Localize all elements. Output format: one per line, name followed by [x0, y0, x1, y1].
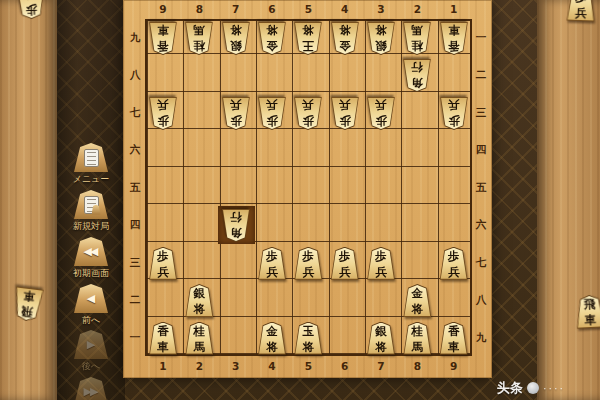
shogi-piece-6九[interactable]: 金将	[257, 322, 287, 355]
watermark: 头条 ····	[497, 380, 565, 396]
shogi-piece-8八[interactable]: 銀将	[184, 284, 214, 317]
file-label-top: 6	[254, 2, 290, 16]
shogi-piece-8一[interactable]: 桂馬	[184, 22, 214, 55]
file-label-bottom: 8	[399, 359, 435, 373]
file-label-bottom: 6	[327, 359, 363, 373]
shogi-piece-6三[interactable]: 歩兵	[257, 97, 287, 130]
shogi-piece-7一[interactable]: 銀将	[221, 22, 251, 55]
prev-arrow-icon: ◀	[74, 284, 108, 313]
rank-label-right: 九	[472, 319, 490, 356]
watermark-suffix: ····	[543, 382, 565, 395]
sidebar-button-next: ▶ 後へ	[57, 330, 125, 373]
shogi-piece-9一[interactable]: 香車	[148, 22, 178, 55]
rank-label-right: 七	[472, 244, 490, 281]
new-game-icon	[74, 190, 108, 219]
rank-label-right: 二	[472, 56, 490, 93]
file-label-top: 1	[436, 2, 472, 16]
shogi-piece-5一[interactable]: 王将	[293, 22, 323, 55]
rank-label-left: 三	[126, 244, 144, 281]
rank-label-left: 一	[126, 319, 144, 356]
file-label-bottom: 7	[363, 359, 399, 373]
file-label-top: 7	[218, 2, 254, 16]
right-piece-rail	[537, 0, 600, 400]
shogi-piece-2一[interactable]: 桂馬	[402, 22, 432, 55]
shogi-piece-4一[interactable]: 金将	[330, 22, 360, 55]
sidebar-button-label: 前へ	[57, 314, 125, 327]
sidebar-button-label: メニュー	[57, 173, 125, 186]
shogi-piece-1一[interactable]: 香車	[439, 22, 469, 55]
shogi-piece-1七[interactable]: 歩兵	[439, 247, 469, 280]
sidebar-button-new-game[interactable]: 新規対局	[57, 190, 125, 233]
sidebar-button-menu[interactable]: メニュー	[57, 143, 125, 186]
menu-document-icon	[74, 143, 108, 172]
watermark-logo-icon	[527, 382, 539, 394]
shogi-piece-6七[interactable]: 歩兵	[257, 247, 287, 280]
shogi-piece-7六[interactable]: 角行	[221, 209, 251, 242]
shogi-piece-7三[interactable]: 歩兵	[221, 97, 251, 130]
hand-piece-sente-2[interactable]: 歩兵	[565, 0, 596, 22]
sidebar-button-label: 新規対局	[57, 220, 125, 233]
shogi-piece-3三[interactable]: 歩兵	[366, 97, 396, 130]
rank-label-right: 六	[472, 206, 490, 243]
sidebar-button-prev[interactable]: ◀ 前へ	[57, 284, 125, 327]
shogi-piece-9九[interactable]: 香車	[148, 322, 178, 355]
fast-forward-icon: ▶▶	[74, 377, 108, 400]
sidebar-button-fast-forward: ▶▶	[57, 377, 125, 400]
rank-label-right: 三	[472, 94, 490, 131]
shogi-piece-9三[interactable]: 歩兵	[148, 97, 178, 130]
shogi-piece-3一[interactable]: 銀将	[366, 22, 396, 55]
file-label-top: 5	[290, 2, 326, 16]
watermark-brand: 头条	[497, 379, 523, 397]
rank-label-left: 五	[126, 169, 144, 206]
left-piece-rail	[0, 0, 57, 400]
file-label-bottom: 5	[290, 359, 326, 373]
hand-piece-sente-3[interactable]: 飛車	[574, 294, 600, 329]
rank-label-left: 六	[126, 131, 144, 168]
sidebar-button-initial-screen[interactable]: ◀◀ 初期画面	[57, 237, 125, 280]
rank-label-left: 八	[126, 56, 144, 93]
shogi-piece-2二[interactable]: 角行	[402, 59, 432, 92]
rank-label-right: 五	[472, 169, 490, 206]
shogi-piece-1三[interactable]: 歩兵	[439, 97, 469, 130]
shogi-piece-4三[interactable]: 歩兵	[330, 97, 360, 130]
shogi-piece-1九[interactable]: 香車	[439, 322, 469, 355]
file-label-bottom: 9	[436, 359, 472, 373]
file-label-bottom: 1	[145, 359, 181, 373]
shogi-piece-3七[interactable]: 歩兵	[366, 247, 396, 280]
file-label-top: 2	[399, 2, 435, 16]
rank-label-left: 七	[126, 94, 144, 131]
shogi-piece-5七[interactable]: 歩兵	[293, 247, 323, 280]
file-label-top: 9	[145, 2, 181, 16]
shogi-piece-5九[interactable]: 玉将	[293, 322, 323, 355]
hand-piece-gote-1[interactable]: 飛車	[11, 286, 45, 322]
file-label-top: 3	[363, 2, 399, 16]
rank-label-left: 九	[126, 19, 144, 56]
shogi-piece-2八[interactable]: 金将	[402, 284, 432, 317]
rewind-icon: ◀◀	[74, 237, 108, 266]
rank-label-right: 一	[472, 19, 490, 56]
file-label-top: 8	[181, 2, 217, 16]
rank-label-right: 四	[472, 131, 490, 168]
rank-label-right: 八	[472, 281, 490, 318]
shogi-piece-5三[interactable]: 歩兵	[293, 97, 323, 130]
rank-label-left: 二	[126, 281, 144, 318]
file-label-bottom: 4	[254, 359, 290, 373]
shogi-piece-4七[interactable]: 歩兵	[330, 247, 360, 280]
next-arrow-icon: ▶	[74, 330, 108, 359]
shogi-piece-8九[interactable]: 桂馬	[184, 322, 214, 355]
rank-label-left: 四	[126, 206, 144, 243]
shogi-piece-2九[interactable]: 桂馬	[402, 322, 432, 355]
shogi-piece-3九[interactable]: 銀将	[366, 322, 396, 355]
file-label-bottom: 3	[218, 359, 254, 373]
shogi-piece-6一[interactable]: 金将	[257, 22, 287, 55]
sidebar-button-label: 後へ	[57, 360, 125, 373]
file-label-top: 4	[327, 2, 363, 16]
hand-piece-gote-0[interactable]: 歩兵	[15, 0, 46, 20]
shogi-piece-9七[interactable]: 歩兵	[148, 247, 178, 280]
sidebar-button-label: 初期画面	[57, 267, 125, 280]
file-label-bottom: 2	[181, 359, 217, 373]
